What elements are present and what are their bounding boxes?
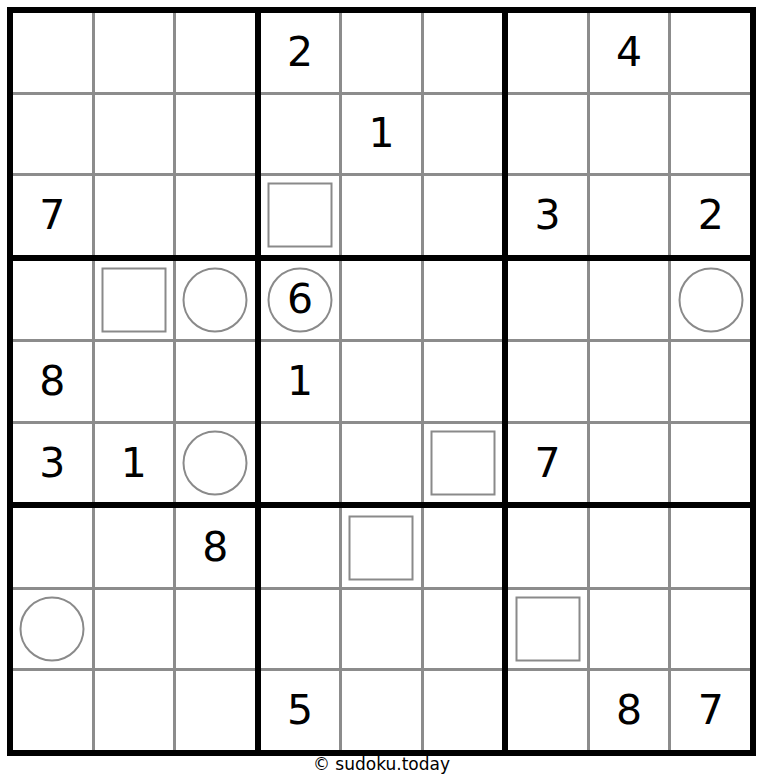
cell-r6c5[interactable] [342,424,421,503]
cell-r9c5[interactable] [342,671,421,750]
cell-r6c1[interactable]: 3 [13,424,92,503]
cell-r4c5[interactable] [342,261,421,340]
cell-r1c6[interactable] [424,13,503,92]
circle-mark [183,431,248,496]
cell-r8c5[interactable] [342,590,421,669]
box-6: 7 [508,261,750,503]
cell-r3c7[interactable]: 3 [508,176,587,255]
cell-r2c6[interactable] [424,95,503,174]
box-8: 5 [261,508,503,750]
cell-r3c3[interactable] [176,176,255,255]
cell-r5c3[interactable] [176,342,255,421]
cell-r2c3[interactable] [176,95,255,174]
given-digit: 3 [535,195,561,236]
given-digit: 5 [287,690,313,731]
cell-r1c1[interactable] [13,13,92,92]
cell-r3c5[interactable] [342,176,421,255]
cell-r8c1[interactable] [13,590,92,669]
cell-r6c6[interactable] [424,424,503,503]
square-mark [101,267,166,332]
cell-r7c9[interactable] [671,508,750,587]
cell-r5c5[interactable] [342,342,421,421]
circle-mark [678,267,743,332]
cell-r6c7[interactable]: 7 [508,424,587,503]
cell-r5c2[interactable] [95,342,174,421]
cell-r1c9[interactable] [671,13,750,92]
given-digit: 1 [368,113,394,154]
cell-r1c5[interactable] [342,13,421,92]
square-mark [349,515,414,580]
cell-r1c2[interactable] [95,13,174,92]
box-2: 21 [261,13,503,255]
cell-r2c1[interactable] [13,95,92,174]
cell-r6c4[interactable] [261,424,340,503]
cell-r1c4[interactable]: 2 [261,13,340,92]
cell-r9c4[interactable]: 5 [261,671,340,750]
cell-r2c5[interactable]: 1 [342,95,421,174]
cell-r5c6[interactable] [424,342,503,421]
cell-r3c2[interactable] [95,176,174,255]
cell-r2c9[interactable] [671,95,750,174]
cell-r9c3[interactable] [176,671,255,750]
copyright: © sudoku.today [7,754,756,775]
given-digit: 8 [616,690,642,731]
cell-r6c9[interactable] [671,424,750,503]
circle-mark [183,267,248,332]
cell-r9c1[interactable] [13,671,92,750]
cell-r3c4[interactable] [261,176,340,255]
cell-r2c7[interactable] [508,95,587,174]
square-mark [515,597,580,662]
box-4: 831 [13,261,255,503]
cell-r8c6[interactable] [424,590,503,669]
cell-r7c1[interactable] [13,508,92,587]
cell-r1c8[interactable]: 4 [590,13,669,92]
cell-r3c9[interactable]: 2 [671,176,750,255]
given-digit: 8 [202,527,228,568]
square-mark [267,183,332,248]
box-5: 61 [261,261,503,503]
cell-r9c2[interactable] [95,671,174,750]
given-digit: 8 [39,361,65,402]
given-digit: 4 [616,32,642,73]
cell-r9c9[interactable]: 7 [671,671,750,750]
given-digit: 7 [39,195,65,236]
cell-r1c7[interactable] [508,13,587,92]
circle-mark [20,597,85,662]
cell-r4c3[interactable] [176,261,255,340]
cell-r4c6[interactable] [424,261,503,340]
cell-r9c8[interactable]: 8 [590,671,669,750]
cell-r6c3[interactable] [176,424,255,503]
given-digit: 7 [698,690,724,731]
cell-r5c8[interactable] [590,342,669,421]
page: 7214328316178587 © sudoku.today [0,0,767,777]
cell-r8c4[interactable] [261,590,340,669]
cell-r7c8[interactable] [590,508,669,587]
cell-r8c7[interactable] [508,590,587,669]
cell-r7c4[interactable] [261,508,340,587]
given-digit: 3 [39,443,65,484]
square-mark [431,431,496,496]
cell-r2c4[interactable] [261,95,340,174]
cell-r2c8[interactable] [590,95,669,174]
cell-r4c1[interactable] [13,261,92,340]
given-digit: 7 [535,443,561,484]
cell-r4c2[interactable] [95,261,174,340]
cell-r7c6[interactable] [424,508,503,587]
box-3: 432 [508,13,750,255]
cell-r5c9[interactable] [671,342,750,421]
cell-r3c6[interactable] [424,176,503,255]
cell-r8c9[interactable] [671,590,750,669]
cell-r7c5[interactable] [342,508,421,587]
cell-r4c7[interactable] [508,261,587,340]
cell-r3c1[interactable]: 7 [13,176,92,255]
cell-r7c3[interactable]: 8 [176,508,255,587]
cell-r5c4[interactable]: 1 [261,342,340,421]
cell-r8c2[interactable] [95,590,174,669]
cell-r7c7[interactable] [508,508,587,587]
cell-r8c8[interactable] [590,590,669,669]
cell-r4c8[interactable] [590,261,669,340]
cell-r8c3[interactable] [176,590,255,669]
given-digit: 2 [287,32,313,73]
given-digit: 6 [287,279,313,320]
cell-r6c2[interactable]: 1 [95,424,174,503]
cell-r7c2[interactable] [95,508,174,587]
cell-r9c7[interactable] [508,671,587,750]
cell-r1c3[interactable] [176,13,255,92]
given-digit: 1 [287,361,313,402]
cell-r4c4[interactable]: 6 [261,261,340,340]
cell-r5c1[interactable]: 8 [13,342,92,421]
cell-r4c9[interactable] [671,261,750,340]
cell-r2c2[interactable] [95,95,174,174]
cell-r5c7[interactable] [508,342,587,421]
box-9: 87 [508,508,750,750]
box-7: 8 [13,508,255,750]
box-1: 7 [13,13,255,255]
cell-r9c6[interactable] [424,671,503,750]
cell-r6c8[interactable] [590,424,669,503]
given-digit: 1 [121,443,147,484]
sudoku-board: 7214328316178587 [7,7,756,756]
cell-r3c8[interactable] [590,176,669,255]
given-digit: 2 [698,195,724,236]
